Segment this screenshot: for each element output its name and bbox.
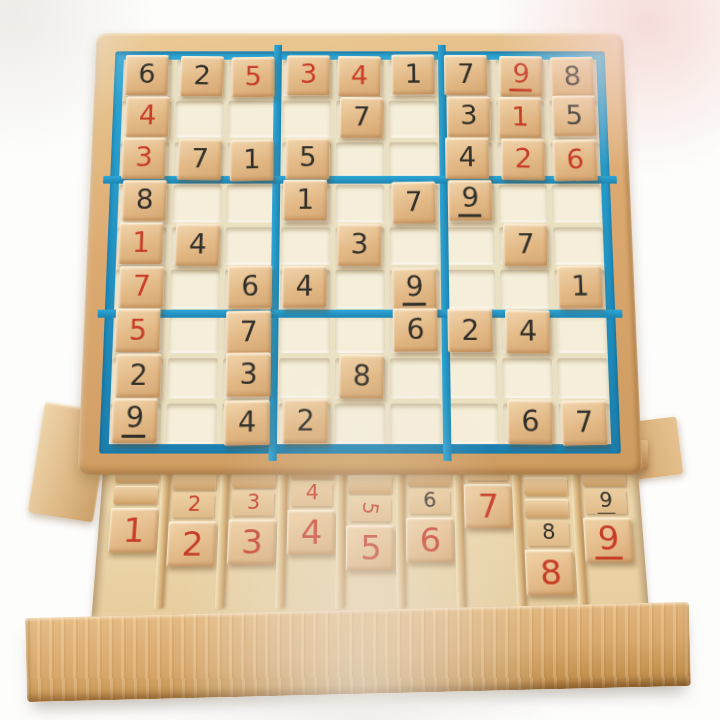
tile-6[interactable]: 6 bbox=[393, 308, 438, 352]
tile-2[interactable]: 2 bbox=[282, 399, 327, 444]
front-tile-4[interactable]: 4 bbox=[287, 510, 336, 555]
blank-tile-back bbox=[524, 478, 568, 496]
cell-r8c4[interactable] bbox=[279, 359, 330, 399]
sudoku-board: 6253417984731537154268179143776491576242… bbox=[99, 51, 621, 453]
tile-digit: 5 bbox=[565, 102, 583, 129]
front-tile-9[interactable]: 9 bbox=[583, 518, 634, 563]
cell-r5c5[interactable]: 3 bbox=[335, 227, 385, 265]
cell-r6c5[interactable] bbox=[335, 270, 385, 309]
tile-digit: 6 bbox=[566, 146, 584, 173]
tile-5[interactable]: 5 bbox=[552, 95, 596, 136]
cell-r7c5[interactable] bbox=[335, 314, 386, 353]
blank-tile-back bbox=[349, 476, 392, 494]
tile-digit: 7 bbox=[240, 319, 257, 348]
tile-digit: 1 bbox=[571, 272, 589, 300]
tile-digit: 7 bbox=[457, 62, 474, 88]
tile-digit: 5 bbox=[299, 145, 316, 172]
cell-r3c8[interactable]: 2 bbox=[497, 142, 547, 179]
cell-r8c2[interactable] bbox=[167, 359, 219, 399]
cell-r9c5[interactable] bbox=[334, 404, 385, 445]
tile-digit: 2 bbox=[461, 316, 479, 344]
cell-r8c7[interactable] bbox=[446, 359, 497, 399]
cell-r1c4[interactable]: 3 bbox=[282, 60, 331, 96]
cell-r5c2[interactable]: 4 bbox=[171, 227, 222, 265]
cell-r8c1[interactable]: 2 bbox=[111, 359, 163, 399]
cell-r2c3[interactable] bbox=[228, 101, 277, 138]
tile-9[interactable]: 9 bbox=[448, 180, 492, 222]
cell-r1c8[interactable]: 9 bbox=[495, 60, 544, 96]
drawer-slot-2[interactable]: 22 bbox=[163, 457, 221, 609]
tile-digit: 1 bbox=[511, 104, 528, 131]
cell-r3c4[interactable]: 5 bbox=[281, 142, 330, 179]
tile-digit: 5 bbox=[128, 316, 146, 344]
cell-r5c9[interactable] bbox=[553, 227, 604, 265]
tile-digit: 6 bbox=[419, 523, 440, 556]
tile-5[interactable]: 5 bbox=[286, 138, 329, 179]
tile-digit: 3 bbox=[300, 62, 317, 88]
cell-r4c7[interactable]: 9 bbox=[444, 184, 494, 222]
tile-3[interactable]: 3 bbox=[337, 223, 381, 265]
cell-r1c6[interactable]: 1 bbox=[389, 60, 438, 96]
cell-r9c4[interactable]: 2 bbox=[278, 404, 329, 445]
tile-digit: 6 bbox=[423, 490, 436, 511]
tile-digit: 9 bbox=[596, 490, 616, 514]
tile-digit: 2 bbox=[129, 361, 147, 390]
drawer-assembly: 12233445566778899 bbox=[91, 453, 650, 621]
cell-r9c6[interactable] bbox=[391, 404, 442, 445]
cell-r2c1[interactable]: 4 bbox=[121, 101, 171, 138]
blank-tile-back bbox=[113, 486, 158, 504]
cell-r8c5[interactable]: 8 bbox=[335, 359, 386, 399]
tile-digit: 7 bbox=[132, 273, 150, 301]
cell-r4c4[interactable]: 1 bbox=[281, 184, 331, 222]
tile-digit: 4 bbox=[138, 103, 155, 129]
cell-r1c5[interactable]: 4 bbox=[336, 60, 384, 96]
tile-digit: 7 bbox=[190, 146, 208, 173]
tile-2[interactable]: 2 bbox=[501, 138, 545, 180]
cell-r7c7[interactable]: 2 bbox=[445, 314, 496, 353]
tile-digit: 7 bbox=[516, 230, 533, 258]
tile-4[interactable]: 4 bbox=[505, 310, 550, 354]
cell-r9c7[interactable] bbox=[447, 404, 499, 445]
tile-3[interactable]: 3 bbox=[226, 353, 271, 397]
cell-r4c2[interactable] bbox=[172, 184, 222, 222]
cell-r5c6[interactable] bbox=[390, 227, 440, 265]
tile-digit: 3 bbox=[240, 361, 257, 390]
cell-r6c3[interactable]: 6 bbox=[224, 270, 275, 309]
cell-r2c6[interactable] bbox=[389, 101, 438, 138]
tile-digit: 2 bbox=[181, 527, 203, 560]
cell-r3c9[interactable]: 6 bbox=[551, 142, 601, 179]
tile-digit: 7 bbox=[575, 408, 594, 437]
cell-r6c6[interactable]: 9 bbox=[390, 270, 440, 309]
tile-8[interactable]: 8 bbox=[338, 354, 383, 399]
tile-digit: 4 bbox=[238, 408, 255, 437]
cell-r4c3[interactable] bbox=[226, 184, 276, 222]
tile-digit: 9 bbox=[122, 404, 147, 438]
peek-tile-3[interactable]: 3 bbox=[232, 492, 274, 516]
tile-digit: 3 bbox=[135, 144, 153, 171]
cell-r5c7[interactable] bbox=[444, 227, 494, 265]
cell-r7c8[interactable]: 4 bbox=[501, 314, 552, 353]
tile-digit: 1 bbox=[243, 146, 260, 173]
front-tile-6[interactable]: 6 bbox=[406, 518, 455, 563]
cell-r1c3[interactable]: 5 bbox=[229, 60, 278, 96]
tile-digit: 8 bbox=[542, 521, 555, 542]
front-tile-7[interactable]: 7 bbox=[464, 484, 513, 528]
cell-r9c1[interactable]: 9 bbox=[109, 404, 161, 445]
tile-digit: 6 bbox=[138, 62, 155, 88]
cell-r3c2[interactable]: 7 bbox=[173, 142, 223, 179]
cell-r2c9[interactable]: 5 bbox=[549, 101, 599, 138]
tile-digit: 1 bbox=[122, 514, 145, 547]
tile-digit: 6 bbox=[407, 316, 425, 344]
tile-7[interactable]: 7 bbox=[226, 311, 270, 355]
cell-r5c8[interactable]: 7 bbox=[499, 227, 550, 265]
tile-digit: 4 bbox=[350, 63, 367, 89]
tile-4[interactable]: 4 bbox=[174, 223, 219, 266]
cell-r6c1[interactable]: 7 bbox=[114, 270, 165, 309]
tile-1[interactable]: 1 bbox=[230, 139, 273, 181]
tile-3[interactable]: 3 bbox=[447, 96, 490, 136]
cell-r4c1[interactable]: 8 bbox=[117, 184, 168, 222]
drawer-slot-7[interactable]: 77 bbox=[462, 457, 518, 609]
tile-6[interactable]: 6 bbox=[228, 265, 272, 308]
tile-digit: 8 bbox=[564, 64, 582, 90]
cell-r8c6[interactable] bbox=[390, 359, 441, 399]
tile-digit: 3 bbox=[350, 230, 367, 258]
cell-r6c8[interactable] bbox=[500, 270, 551, 309]
cell-r1c7[interactable]: 7 bbox=[442, 60, 491, 96]
tile-3[interactable]: 3 bbox=[287, 56, 330, 96]
tile-digit: 4 bbox=[301, 516, 322, 549]
tile-digit: 8 bbox=[539, 556, 562, 590]
cell-r2c5[interactable]: 7 bbox=[336, 101, 385, 138]
cell-r5c1[interactable]: 1 bbox=[116, 227, 167, 265]
drawer-slot-1[interactable]: 1 bbox=[102, 457, 163, 609]
front-tile-1[interactable]: 1 bbox=[108, 508, 159, 553]
tile-digit: 9 bbox=[403, 272, 427, 305]
cell-r7c2[interactable] bbox=[168, 314, 219, 353]
cell-r7c3[interactable]: 7 bbox=[224, 314, 275, 353]
tile-1[interactable]: 1 bbox=[392, 55, 435, 95]
tile-9[interactable]: 9 bbox=[111, 399, 157, 444]
tile-digit: 4 bbox=[518, 318, 535, 347]
tile-2[interactable]: 2 bbox=[179, 56, 223, 96]
tile-digit: 1 bbox=[405, 62, 422, 88]
tile-digit: 5 bbox=[245, 64, 261, 90]
tile-digit: 3 bbox=[460, 103, 477, 129]
tile-digit: 2 bbox=[187, 494, 200, 515]
drawer-slot-8[interactable]: 88 bbox=[520, 457, 578, 609]
board-assembly: 6253417984731537154268179143776491576242… bbox=[78, 33, 643, 475]
drawer-slot-3[interactable]: 33 bbox=[224, 457, 279, 609]
tile-1[interactable]: 1 bbox=[118, 222, 163, 264]
cell-r6c4[interactable]: 4 bbox=[280, 270, 330, 309]
cell-r4c9[interactable] bbox=[552, 184, 603, 222]
tile-digit: 4 bbox=[306, 482, 319, 503]
tile-7[interactable]: 7 bbox=[561, 400, 608, 445]
tile-6[interactable]: 6 bbox=[507, 400, 553, 445]
tile-digit: 3 bbox=[246, 492, 259, 513]
cell-r7c9[interactable] bbox=[556, 314, 608, 353]
cell-r6c9[interactable]: 1 bbox=[555, 270, 606, 309]
tile-1[interactable]: 1 bbox=[283, 179, 327, 220]
cell-r4c6[interactable]: 7 bbox=[390, 184, 440, 222]
tile-1[interactable]: 1 bbox=[557, 265, 603, 308]
tile-7[interactable]: 7 bbox=[392, 181, 436, 223]
tile-digit: 2 bbox=[193, 63, 210, 89]
cell-r7c1[interactable]: 5 bbox=[112, 314, 164, 353]
front-tile-8[interactable]: 8 bbox=[525, 550, 576, 596]
tile-7[interactable]: 7 bbox=[444, 55, 487, 95]
drawer-slot-9[interactable]: 99 bbox=[578, 457, 639, 609]
peek-tile-2[interactable]: 2 bbox=[172, 494, 215, 518]
cell-r2c4[interactable] bbox=[282, 101, 331, 138]
tile-digit: 9 bbox=[509, 61, 532, 92]
tile-digit: 5 bbox=[359, 501, 382, 515]
cell-r3c1[interactable]: 3 bbox=[119, 142, 169, 179]
tile-digit: 1 bbox=[296, 187, 313, 214]
tile-digit: 4 bbox=[458, 144, 475, 171]
drawer-tray: 12233445566778899 bbox=[91, 453, 650, 621]
cell-r8c8[interactable] bbox=[502, 359, 554, 399]
tile-7[interactable]: 7 bbox=[118, 266, 163, 309]
tile-digit: 8 bbox=[135, 187, 153, 214]
tile-5[interactable]: 5 bbox=[114, 309, 160, 352]
cell-r2c8[interactable]: 1 bbox=[496, 101, 546, 138]
cell-r9c9[interactable]: 7 bbox=[559, 404, 612, 445]
front-tile-5[interactable]: 5 bbox=[346, 525, 394, 570]
cell-r1c1[interactable]: 6 bbox=[122, 60, 172, 96]
drawer-front-panel[interactable] bbox=[25, 602, 691, 702]
tile-digit: 4 bbox=[295, 273, 312, 301]
peek-tile-8[interactable]: 8 bbox=[527, 521, 570, 545]
cell-r5c4[interactable] bbox=[280, 227, 330, 265]
tile-digit: 6 bbox=[241, 272, 258, 300]
cell-r1c2[interactable]: 2 bbox=[176, 60, 225, 96]
cell-r7c4[interactable] bbox=[279, 314, 330, 353]
cell-r2c7[interactable]: 3 bbox=[443, 101, 492, 138]
tile-8[interactable]: 8 bbox=[122, 180, 167, 222]
cell-r7c6[interactable]: 6 bbox=[390, 314, 441, 353]
cell-r9c3[interactable]: 4 bbox=[222, 404, 274, 445]
tile-4[interactable]: 4 bbox=[224, 400, 269, 445]
tile-4[interactable]: 4 bbox=[125, 96, 169, 136]
drawer-slot-4[interactable]: 44 bbox=[284, 457, 337, 609]
cell-r6c7[interactable] bbox=[445, 270, 496, 309]
cell-r8c3[interactable]: 3 bbox=[223, 359, 274, 399]
tile-9[interactable]: 9 bbox=[392, 267, 437, 310]
front-tile-3[interactable]: 3 bbox=[227, 519, 277, 564]
peek-tile-4[interactable]: 4 bbox=[291, 482, 333, 506]
tile-digit: 3 bbox=[241, 525, 263, 558]
tile-5[interactable]: 5 bbox=[232, 57, 275, 97]
cell-r9c8[interactable]: 6 bbox=[503, 404, 555, 445]
peek-tile-5[interactable]: 5 bbox=[350, 497, 392, 521]
peek-tile-6[interactable]: 6 bbox=[408, 490, 450, 514]
peek-tile-9[interactable]: 9 bbox=[584, 490, 627, 514]
tile-2[interactable]: 2 bbox=[115, 354, 161, 398]
cell-r1c9[interactable]: 8 bbox=[548, 60, 598, 96]
tile-digit: 8 bbox=[352, 362, 370, 391]
tile-digit: 7 bbox=[352, 104, 369, 131]
tile-4[interactable]: 4 bbox=[445, 137, 489, 178]
tile-digit: 9 bbox=[594, 521, 623, 559]
tile-9[interactable]: 9 bbox=[499, 56, 542, 96]
cell-r2c2[interactable] bbox=[174, 101, 224, 138]
tile-digit: 5 bbox=[360, 531, 381, 564]
cell-r3c7[interactable]: 4 bbox=[443, 142, 493, 179]
tile-digit: 1 bbox=[132, 229, 150, 257]
tile-digit: 2 bbox=[514, 146, 531, 173]
blank-tile-back bbox=[525, 499, 570, 517]
front-tile-2[interactable]: 2 bbox=[167, 521, 217, 566]
cell-r5c3[interactable] bbox=[225, 227, 275, 265]
cell-r3c3[interactable]: 1 bbox=[227, 142, 277, 179]
tile-1[interactable]: 1 bbox=[498, 97, 541, 138]
tile-6[interactable]: 6 bbox=[553, 139, 598, 181]
tile-7[interactable]: 7 bbox=[503, 223, 547, 266]
cell-r9c2[interactable] bbox=[165, 404, 217, 445]
tile-digit: 4 bbox=[188, 230, 206, 258]
cell-r3c6[interactable] bbox=[389, 142, 438, 179]
cell-r4c5[interactable] bbox=[335, 184, 384, 222]
tile-4[interactable]: 4 bbox=[282, 265, 326, 308]
drawer-slot-5[interactable]: 55 bbox=[345, 457, 396, 609]
tile-7[interactable]: 7 bbox=[339, 97, 382, 138]
cell-r6c2[interactable] bbox=[169, 270, 220, 309]
drawer-slot-6[interactable]: 66 bbox=[404, 457, 457, 609]
sudoku-box-photo: 6253417984731537154268179143776491576242… bbox=[0, 0, 720, 720]
tile-4[interactable]: 4 bbox=[337, 56, 380, 96]
wooden-frame: 6253417984731537154268179143776491576242… bbox=[78, 33, 643, 475]
tile-digit: 9 bbox=[458, 185, 481, 217]
cell-r3c5[interactable] bbox=[335, 142, 384, 179]
tile-8[interactable]: 8 bbox=[550, 57, 594, 97]
tile-3[interactable]: 3 bbox=[121, 137, 166, 178]
tile-digit: 7 bbox=[477, 490, 499, 523]
tile-digit: 2 bbox=[296, 407, 314, 436]
tile-2[interactable]: 2 bbox=[447, 309, 492, 352]
cell-r8c9[interactable] bbox=[557, 359, 609, 399]
cell-r4c8[interactable] bbox=[498, 184, 548, 222]
tile-digit: 6 bbox=[521, 407, 539, 436]
tile-6[interactable]: 6 bbox=[124, 55, 168, 95]
tile-digit: 7 bbox=[405, 189, 422, 216]
tile-7[interactable]: 7 bbox=[177, 138, 222, 180]
sudoku-grid: 6253417984731537154268179143776491576242… bbox=[109, 60, 611, 444]
